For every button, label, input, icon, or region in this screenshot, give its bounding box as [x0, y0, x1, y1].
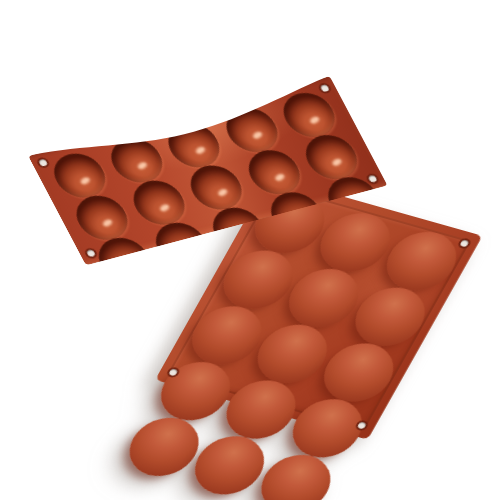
- cavity-highlight: [159, 203, 171, 213]
- cavity-highlight: [102, 218, 114, 228]
- corner-hole: [357, 421, 367, 429]
- cavity-highlight: [79, 176, 91, 186]
- cavity-highlight: [124, 260, 136, 270]
- mold-cavity: [183, 160, 251, 214]
- mold-cavity: [218, 103, 286, 157]
- mold-cavity: [103, 133, 171, 187]
- cavity-highlight: [309, 115, 321, 125]
- product-photo: [0, 0, 500, 500]
- mold-cavity: [125, 175, 193, 229]
- mold-cavity: [46, 148, 114, 202]
- mold-cavity: [297, 130, 365, 184]
- cavity-highlight: [251, 131, 263, 141]
- mold-cavity: [161, 118, 229, 172]
- cavity-highlight: [194, 146, 206, 156]
- mold-cavity: [148, 218, 216, 272]
- mold-cavity: [68, 191, 136, 245]
- cavity-highlight: [216, 188, 228, 198]
- mold-cavity: [275, 88, 343, 142]
- cavity-highlight: [331, 158, 343, 168]
- cavity-highlight: [274, 173, 286, 183]
- mold-cavity: [90, 233, 158, 287]
- cavity-highlight: [137, 161, 149, 171]
- cavity-highlight: [181, 245, 193, 255]
- mold-cavity: [240, 145, 308, 199]
